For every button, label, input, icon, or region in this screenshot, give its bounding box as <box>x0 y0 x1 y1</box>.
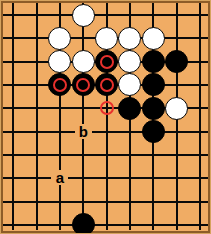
white-stone <box>118 50 141 73</box>
black-stone <box>142 73 165 96</box>
white-stone <box>165 97 188 120</box>
white-stone <box>48 27 71 50</box>
grid-hline <box>3 14 208 16</box>
go-diagram: ba <box>0 0 211 234</box>
marked-black-stone <box>48 73 71 96</box>
marked-black-stone <box>95 50 118 73</box>
grid-hline <box>3 224 208 226</box>
marked-black-stone <box>72 73 95 96</box>
marked-black-stone <box>95 73 118 96</box>
black-stone <box>142 97 165 120</box>
grid-hline <box>3 154 208 156</box>
grid-hline <box>3 131 208 133</box>
white-stone <box>72 4 95 27</box>
white-stone <box>95 27 118 50</box>
circle-mark-icon <box>53 78 67 92</box>
black-stone <box>118 97 141 120</box>
black-stone <box>142 120 165 143</box>
white-stone <box>118 27 141 50</box>
point-label-a: a <box>51 170 68 185</box>
black-stone <box>142 50 165 73</box>
grid-hline <box>3 177 208 179</box>
point-label-b: b <box>75 124 92 139</box>
circle-mark-icon <box>100 78 114 92</box>
white-stone <box>142 27 165 50</box>
circle-mark-icon <box>76 78 90 92</box>
white-stone <box>48 50 71 73</box>
white-stone <box>118 73 141 96</box>
black-stone <box>72 213 95 234</box>
circled-empty-point-icon <box>100 101 114 115</box>
black-stone <box>165 50 188 73</box>
white-stone <box>72 50 95 73</box>
go-board: ba <box>0 0 211 234</box>
circle-mark-icon <box>100 55 114 69</box>
grid-hline <box>3 201 208 203</box>
